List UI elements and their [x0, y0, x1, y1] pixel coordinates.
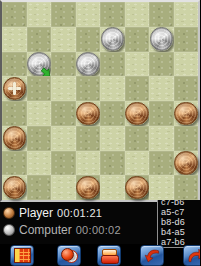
square-h7[interactable] [174, 27, 199, 52]
square-g5[interactable] [149, 76, 174, 101]
menu-button[interactable] [97, 245, 121, 266]
square-c5[interactable] [51, 76, 76, 101]
undo-button[interactable] [140, 245, 164, 266]
square-e2[interactable] [100, 151, 125, 176]
square-c8[interactable] [51, 2, 76, 27]
computer-row: Computer 00:00:02 [3, 223, 121, 237]
square-f6[interactable] [125, 52, 150, 77]
square-h8[interactable] [174, 2, 199, 27]
square-c2[interactable] [51, 151, 76, 176]
bronze-piece-h2[interactable] [174, 151, 198, 175]
discs-icon [61, 248, 78, 263]
redo-button[interactable] [183, 245, 200, 266]
pieces-button[interactable] [57, 245, 81, 266]
board-grid-icon [14, 248, 31, 263]
square-c3[interactable] [51, 126, 76, 151]
square-d8[interactable] [76, 2, 101, 27]
forced-capture-cross-icon [4, 78, 26, 100]
move-entry: b4-a5 [161, 227, 200, 237]
square-g1[interactable] [149, 175, 174, 200]
last-move-arrow-icon [40, 65, 52, 77]
square-a8[interactable] [2, 2, 27, 27]
checkers-board[interactable] [0, 0, 200, 202]
square-g6[interactable] [149, 52, 174, 77]
square-g8[interactable] [149, 2, 174, 27]
square-b1[interactable] [27, 175, 52, 200]
player-label: Player [19, 206, 53, 220]
square-a6[interactable] [2, 52, 27, 77]
undo-arrow-icon [143, 248, 162, 264]
square-a1[interactable] [2, 175, 27, 200]
square-c7[interactable] [51, 27, 76, 52]
silver-piece-d6[interactable] [76, 52, 100, 76]
square-h1[interactable] [174, 175, 199, 200]
square-a7[interactable] [2, 27, 27, 52]
square-d7[interactable] [76, 27, 101, 52]
bronze-piece-f4[interactable] [125, 102, 149, 126]
square-f5[interactable] [125, 76, 150, 101]
new-game-button[interactable] [10, 245, 34, 266]
square-a5[interactable] [2, 76, 27, 101]
square-c4[interactable] [51, 101, 76, 126]
square-d2[interactable] [76, 151, 101, 176]
square-h6[interactable] [174, 52, 199, 77]
square-h4[interactable] [174, 101, 199, 126]
move-entry: c7-b6 [161, 200, 200, 207]
bronze-ball-icon [3, 207, 15, 219]
square-e4[interactable] [100, 101, 125, 126]
list-icon [101, 249, 117, 262]
square-d4[interactable] [76, 101, 101, 126]
square-b2[interactable] [27, 151, 52, 176]
square-b5[interactable] [27, 76, 52, 101]
square-f4[interactable] [125, 101, 150, 126]
square-f3[interactable] [125, 126, 150, 151]
square-b3[interactable] [27, 126, 52, 151]
redo-arrow-icon [186, 248, 201, 264]
computer-clock: 00:00:02 [76, 224, 121, 236]
square-a3[interactable] [2, 126, 27, 151]
square-f8[interactable] [125, 2, 150, 27]
bronze-piece-a1[interactable] [3, 176, 27, 200]
square-c1[interactable] [51, 175, 76, 200]
computer-label: Computer [19, 223, 72, 237]
square-e5[interactable] [100, 76, 125, 101]
move-entry: a5-c7 [161, 207, 200, 217]
bronze-piece-a3[interactable] [3, 126, 27, 150]
square-b8[interactable] [27, 2, 52, 27]
square-g3[interactable] [149, 126, 174, 151]
bronze-piece-a5[interactable] [3, 77, 27, 101]
square-h3[interactable] [174, 126, 199, 151]
square-h2[interactable] [174, 151, 199, 176]
player-clock: 00:01:21 [57, 207, 102, 219]
square-b6[interactable] [27, 52, 52, 77]
bronze-piece-h4[interactable] [174, 102, 198, 126]
square-b4[interactable] [27, 101, 52, 126]
square-e3[interactable] [100, 126, 125, 151]
square-g7[interactable] [149, 27, 174, 52]
square-d5[interactable] [76, 76, 101, 101]
square-a4[interactable] [2, 101, 27, 126]
square-g2[interactable] [149, 151, 174, 176]
player-row: Player 00:01:21 [3, 206, 102, 220]
square-e7[interactable] [100, 27, 125, 52]
square-d3[interactable] [76, 126, 101, 151]
silver-piece-b6[interactable] [27, 52, 51, 76]
bronze-piece-d4[interactable] [76, 102, 100, 126]
square-f7[interactable] [125, 27, 150, 52]
toolbar [0, 245, 200, 266]
square-g4[interactable] [149, 101, 174, 126]
move-entry: b8-d6 [161, 217, 200, 227]
silver-piece-e7[interactable] [101, 27, 125, 51]
square-e6[interactable] [100, 52, 125, 77]
square-e1[interactable] [100, 175, 125, 200]
move-list[interactable]: c7-b6a5-c7b8-d6b4-a5a7-b6 [157, 200, 200, 248]
square-b7[interactable] [27, 27, 52, 52]
square-d6[interactable] [76, 52, 101, 77]
square-f2[interactable] [125, 151, 150, 176]
square-h5[interactable] [174, 76, 199, 101]
bronze-piece-d1[interactable] [76, 176, 100, 200]
square-c6[interactable] [51, 52, 76, 77]
square-e8[interactable] [100, 2, 125, 27]
silver-piece-g7[interactable] [150, 27, 174, 51]
player-info-panel: Player 00:01:21 Computer 00:00:02 [0, 202, 157, 244]
bronze-piece-f1[interactable] [125, 176, 149, 200]
square-d1[interactable] [76, 175, 101, 200]
square-a2[interactable] [2, 151, 27, 176]
silver-ball-icon [3, 224, 15, 236]
square-f1[interactable] [125, 175, 150, 200]
